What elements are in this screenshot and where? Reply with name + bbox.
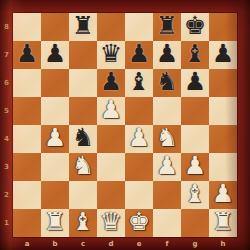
square-a7[interactable]: ♟ xyxy=(13,41,41,69)
square-b2[interactable] xyxy=(41,181,69,209)
square-b3[interactable] xyxy=(41,153,69,181)
black-rook[interactable]: ♜ xyxy=(72,12,94,40)
square-c5[interactable] xyxy=(69,97,97,125)
square-a6[interactable] xyxy=(13,69,41,97)
square-e4[interactable]: ♟ xyxy=(125,125,153,153)
black-pawn[interactable]: ♟ xyxy=(44,40,66,68)
square-c4[interactable]: ♞ xyxy=(69,125,97,153)
square-g5[interactable] xyxy=(181,97,209,125)
white-pawn[interactable]: ♟ xyxy=(128,124,150,152)
black-knight[interactable]: ♞ xyxy=(156,68,178,96)
file-label-c: c xyxy=(69,237,97,250)
square-b8[interactable] xyxy=(41,13,69,41)
square-c1[interactable]: ♝ xyxy=(69,209,97,237)
white-rook[interactable]: ♜ xyxy=(212,208,234,236)
white-queen[interactable]: ♛ xyxy=(100,208,122,236)
white-king[interactable]: ♚ xyxy=(128,208,150,236)
black-pawn[interactable]: ♟ xyxy=(100,68,122,96)
file-label-e: e xyxy=(125,237,153,250)
black-bishop[interactable]: ♝ xyxy=(184,40,206,68)
rank-label-7: 7 xyxy=(0,41,13,69)
square-h7[interactable]: ♟ xyxy=(209,41,237,69)
rank-label-3: 3 xyxy=(0,153,13,181)
rank-label-8: 8 xyxy=(0,13,13,41)
square-e2[interactable] xyxy=(125,181,153,209)
rank-label-5: 5 xyxy=(0,97,13,125)
rank-label-4: 4 xyxy=(0,125,13,153)
square-g4[interactable] xyxy=(181,125,209,153)
square-b4[interactable]: ♟ xyxy=(41,125,69,153)
square-h3[interactable] xyxy=(209,153,237,181)
white-knight[interactable]: ♞ xyxy=(156,124,178,152)
square-a5[interactable] xyxy=(13,97,41,125)
square-d8[interactable] xyxy=(97,13,125,41)
white-bishop[interactable]: ♝ xyxy=(184,180,206,208)
chess-board: ♜♜♚♟♟♛♟♟♝♟♟♝♞♟♟♟♞♟♞♞♟♟♝♟♜♝♛♚♜ xyxy=(13,13,237,237)
file-label-a: a xyxy=(13,237,41,250)
white-pawn[interactable]: ♟ xyxy=(100,96,122,124)
black-knight[interactable]: ♞ xyxy=(72,124,94,152)
white-bishop[interactable]: ♝ xyxy=(72,208,94,236)
square-g1[interactable] xyxy=(181,209,209,237)
black-pawn[interactable]: ♟ xyxy=(184,68,206,96)
white-knight[interactable]: ♞ xyxy=(72,152,94,180)
square-a1[interactable] xyxy=(13,209,41,237)
square-h1[interactable]: ♜ xyxy=(209,209,237,237)
square-e7[interactable]: ♟ xyxy=(125,41,153,69)
square-h8[interactable] xyxy=(209,13,237,41)
square-e3[interactable] xyxy=(125,153,153,181)
square-f5[interactable] xyxy=(153,97,181,125)
black-bishop[interactable]: ♝ xyxy=(128,68,150,96)
square-g3[interactable]: ♟ xyxy=(181,153,209,181)
square-d4[interactable] xyxy=(97,125,125,153)
square-f2[interactable] xyxy=(153,181,181,209)
square-c3[interactable]: ♞ xyxy=(69,153,97,181)
file-label-g: g xyxy=(181,237,209,250)
square-f4[interactable]: ♞ xyxy=(153,125,181,153)
square-a4[interactable] xyxy=(13,125,41,153)
black-king[interactable]: ♚ xyxy=(184,12,206,40)
square-g2[interactable]: ♝ xyxy=(181,181,209,209)
square-d6[interactable]: ♟ xyxy=(97,69,125,97)
black-pawn[interactable]: ♟ xyxy=(212,40,234,68)
square-f6[interactable]: ♞ xyxy=(153,69,181,97)
square-f1[interactable] xyxy=(153,209,181,237)
square-b7[interactable]: ♟ xyxy=(41,41,69,69)
square-f7[interactable]: ♟ xyxy=(153,41,181,69)
square-h4[interactable] xyxy=(209,125,237,153)
square-c2[interactable] xyxy=(69,181,97,209)
square-d1[interactable]: ♛ xyxy=(97,209,125,237)
square-b5[interactable] xyxy=(41,97,69,125)
square-e8[interactable] xyxy=(125,13,153,41)
square-b6[interactable] xyxy=(41,69,69,97)
black-pawn[interactable]: ♟ xyxy=(156,40,178,68)
white-pawn[interactable]: ♟ xyxy=(44,124,66,152)
square-a2[interactable] xyxy=(13,181,41,209)
square-f8[interactable]: ♜ xyxy=(153,13,181,41)
square-a3[interactable] xyxy=(13,153,41,181)
square-d5[interactable]: ♟ xyxy=(97,97,125,125)
square-a8[interactable] xyxy=(13,13,41,41)
rank-label-2: 2 xyxy=(0,181,13,209)
rank-label-6: 6 xyxy=(0,69,13,97)
file-label-b: b xyxy=(41,237,69,250)
square-c8[interactable]: ♜ xyxy=(69,13,97,41)
white-pawn[interactable]: ♟ xyxy=(184,152,206,180)
square-h6[interactable] xyxy=(209,69,237,97)
square-e1[interactable]: ♚ xyxy=(125,209,153,237)
square-g6[interactable]: ♟ xyxy=(181,69,209,97)
file-label-h: h xyxy=(209,237,237,250)
chess-diagram: ♜♜♚♟♟♛♟♟♝♟♟♝♞♟♟♟♞♟♞♞♟♟♝♟♜♝♛♚♜ 87654321ab… xyxy=(0,0,250,250)
file-label-f: f xyxy=(153,237,181,250)
black-queen[interactable]: ♛ xyxy=(100,40,122,68)
white-pawn[interactable]: ♟ xyxy=(156,152,178,180)
square-c6[interactable] xyxy=(69,69,97,97)
square-d2[interactable] xyxy=(97,181,125,209)
rank-label-1: 1 xyxy=(0,209,13,237)
square-d3[interactable] xyxy=(97,153,125,181)
square-h5[interactable] xyxy=(209,97,237,125)
file-label-d: d xyxy=(97,237,125,250)
square-c7[interactable] xyxy=(69,41,97,69)
square-d7[interactable]: ♛ xyxy=(97,41,125,69)
black-rook[interactable]: ♜ xyxy=(156,12,178,40)
white-rook[interactable]: ♜ xyxy=(44,208,66,236)
square-h2[interactable]: ♟ xyxy=(209,181,237,209)
square-f3[interactable]: ♟ xyxy=(153,153,181,181)
square-e5[interactable] xyxy=(125,97,153,125)
square-g8[interactable]: ♚ xyxy=(181,13,209,41)
black-pawn[interactable]: ♟ xyxy=(16,40,38,68)
black-pawn[interactable]: ♟ xyxy=(128,40,150,68)
square-e6[interactable]: ♝ xyxy=(125,69,153,97)
square-g7[interactable]: ♝ xyxy=(181,41,209,69)
square-b1[interactable]: ♜ xyxy=(41,209,69,237)
white-pawn[interactable]: ♟ xyxy=(212,180,234,208)
